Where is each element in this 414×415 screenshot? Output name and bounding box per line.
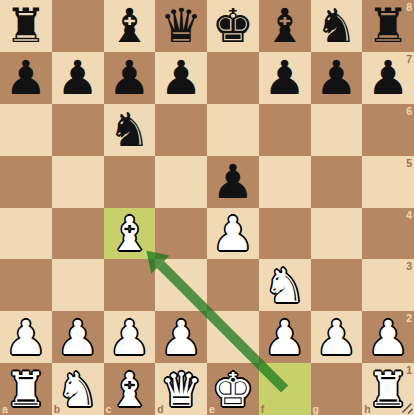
square-a2[interactable]: ♟ — [0, 311, 52, 363]
square-a1[interactable]: ♜a — [0, 363, 52, 415]
square-a3[interactable] — [0, 259, 52, 311]
square-b5[interactable] — [52, 156, 104, 208]
piece-white-pawn[interactable]: ♟ — [207, 208, 259, 260]
piece-white-knight[interactable]: ♞ — [52, 363, 104, 415]
square-e5[interactable]: ♟ — [207, 156, 259, 208]
piece-black-king[interactable]: ♚ — [207, 0, 259, 52]
square-a5[interactable] — [0, 156, 52, 208]
square-b1[interactable]: ♞b — [52, 363, 104, 415]
piece-black-pawn[interactable]: ♟ — [104, 52, 156, 104]
square-f8[interactable]: ♝ — [259, 0, 311, 52]
square-c2[interactable]: ♟ — [104, 311, 156, 363]
square-f7[interactable]: ♟ — [259, 52, 311, 104]
square-e4[interactable]: ♟ — [207, 208, 259, 260]
piece-black-knight[interactable]: ♞ — [311, 0, 363, 52]
square-h7[interactable]: ♟7 — [362, 52, 414, 104]
square-h3[interactable]: 3 — [362, 259, 414, 311]
piece-black-pawn[interactable]: ♟ — [52, 52, 104, 104]
piece-black-pawn[interactable]: ♟ — [155, 52, 207, 104]
square-c4[interactable]: ♝ — [104, 208, 156, 260]
square-a6[interactable] — [0, 104, 52, 156]
rank-label-4: 4 — [406, 210, 412, 221]
piece-white-pawn[interactable]: ♟ — [311, 311, 363, 363]
square-h5[interactable]: 5 — [362, 156, 414, 208]
square-e7[interactable] — [207, 52, 259, 104]
square-a7[interactable]: ♟ — [0, 52, 52, 104]
square-f5[interactable] — [259, 156, 311, 208]
piece-white-pawn[interactable]: ♟ — [104, 311, 156, 363]
piece-white-pawn[interactable]: ♟ — [0, 311, 52, 363]
square-f3[interactable]: ♞ — [259, 259, 311, 311]
piece-black-knight[interactable]: ♞ — [104, 104, 156, 156]
square-h6[interactable]: 6 — [362, 104, 414, 156]
file-label-g: g — [313, 404, 319, 415]
square-d7[interactable]: ♟ — [155, 52, 207, 104]
piece-white-pawn[interactable]: ♟ — [362, 311, 414, 363]
piece-black-queen[interactable]: ♛ — [155, 0, 207, 52]
square-c7[interactable]: ♟ — [104, 52, 156, 104]
piece-black-bishop[interactable]: ♝ — [259, 0, 311, 52]
square-a8[interactable]: ♜ — [0, 0, 52, 52]
square-d8[interactable]: ♛ — [155, 0, 207, 52]
square-f6[interactable] — [259, 104, 311, 156]
piece-black-pawn[interactable]: ♟ — [259, 52, 311, 104]
piece-white-rook[interactable]: ♜ — [0, 363, 52, 415]
piece-black-rook[interactable]: ♜ — [0, 0, 52, 52]
square-c3[interactable] — [104, 259, 156, 311]
piece-white-pawn[interactable]: ♟ — [52, 311, 104, 363]
piece-white-bishop[interactable]: ♝ — [104, 208, 156, 260]
square-d5[interactable] — [155, 156, 207, 208]
square-e6[interactable] — [207, 104, 259, 156]
square-b2[interactable]: ♟ — [52, 311, 104, 363]
square-e3[interactable] — [207, 259, 259, 311]
piece-white-bishop[interactable]: ♝ — [104, 363, 156, 415]
square-g5[interactable] — [311, 156, 363, 208]
square-b8[interactable] — [52, 0, 104, 52]
square-e1[interactable]: ♚e — [207, 363, 259, 415]
square-c5[interactable] — [104, 156, 156, 208]
piece-white-pawn[interactable]: ♟ — [259, 311, 311, 363]
rank-label-5: 5 — [406, 158, 412, 169]
square-b6[interactable] — [52, 104, 104, 156]
square-f4[interactable] — [259, 208, 311, 260]
rank-label-6: 6 — [406, 106, 412, 117]
square-h8[interactable]: ♜8 — [362, 0, 414, 52]
square-g6[interactable] — [311, 104, 363, 156]
square-g2[interactable]: ♟ — [311, 311, 363, 363]
piece-black-pawn[interactable]: ♟ — [362, 52, 414, 104]
square-h4[interactable]: 4 — [362, 208, 414, 260]
piece-white-queen[interactable]: ♛ — [155, 363, 207, 415]
square-d3[interactable] — [155, 259, 207, 311]
rank-label-3: 3 — [406, 261, 412, 272]
piece-white-pawn[interactable]: ♟ — [155, 311, 207, 363]
square-c8[interactable]: ♝ — [104, 0, 156, 52]
square-g1[interactable]: g — [311, 363, 363, 415]
square-h2[interactable]: ♟2 — [362, 311, 414, 363]
square-g7[interactable]: ♟ — [311, 52, 363, 104]
piece-black-pawn[interactable]: ♟ — [311, 52, 363, 104]
square-d6[interactable] — [155, 104, 207, 156]
square-c6[interactable]: ♞ — [104, 104, 156, 156]
resize-handle-icon[interactable] — [400, 401, 414, 415]
square-b4[interactable] — [52, 208, 104, 260]
square-g3[interactable] — [311, 259, 363, 311]
square-e2[interactable] — [207, 311, 259, 363]
file-label-f: f — [261, 404, 265, 415]
piece-black-pawn[interactable]: ♟ — [207, 156, 259, 208]
square-g4[interactable] — [311, 208, 363, 260]
piece-black-bishop[interactable]: ♝ — [104, 0, 156, 52]
square-d2[interactable]: ♟ — [155, 311, 207, 363]
chess-board: ♜♝♛♚♝♞♜8♟♟♟♟♟♟♟7♞6♟5♝♟4♞3♟♟♟♟♟♟♟2♜a♞b♝c♛… — [0, 0, 414, 415]
square-e8[interactable]: ♚ — [207, 0, 259, 52]
square-d4[interactable] — [155, 208, 207, 260]
square-d1[interactable]: ♛d — [155, 363, 207, 415]
square-f2[interactable]: ♟ — [259, 311, 311, 363]
square-f1[interactable]: f — [259, 363, 311, 415]
piece-white-king[interactable]: ♚ — [207, 363, 259, 415]
square-b3[interactable] — [52, 259, 104, 311]
square-a4[interactable] — [0, 208, 52, 260]
piece-black-pawn[interactable]: ♟ — [0, 52, 52, 104]
square-g8[interactable]: ♞ — [311, 0, 363, 52]
square-b7[interactable]: ♟ — [52, 52, 104, 104]
piece-black-rook[interactable]: ♜ — [362, 0, 414, 52]
square-c1[interactable]: ♝c — [104, 363, 156, 415]
piece-white-knight[interactable]: ♞ — [259, 259, 311, 311]
